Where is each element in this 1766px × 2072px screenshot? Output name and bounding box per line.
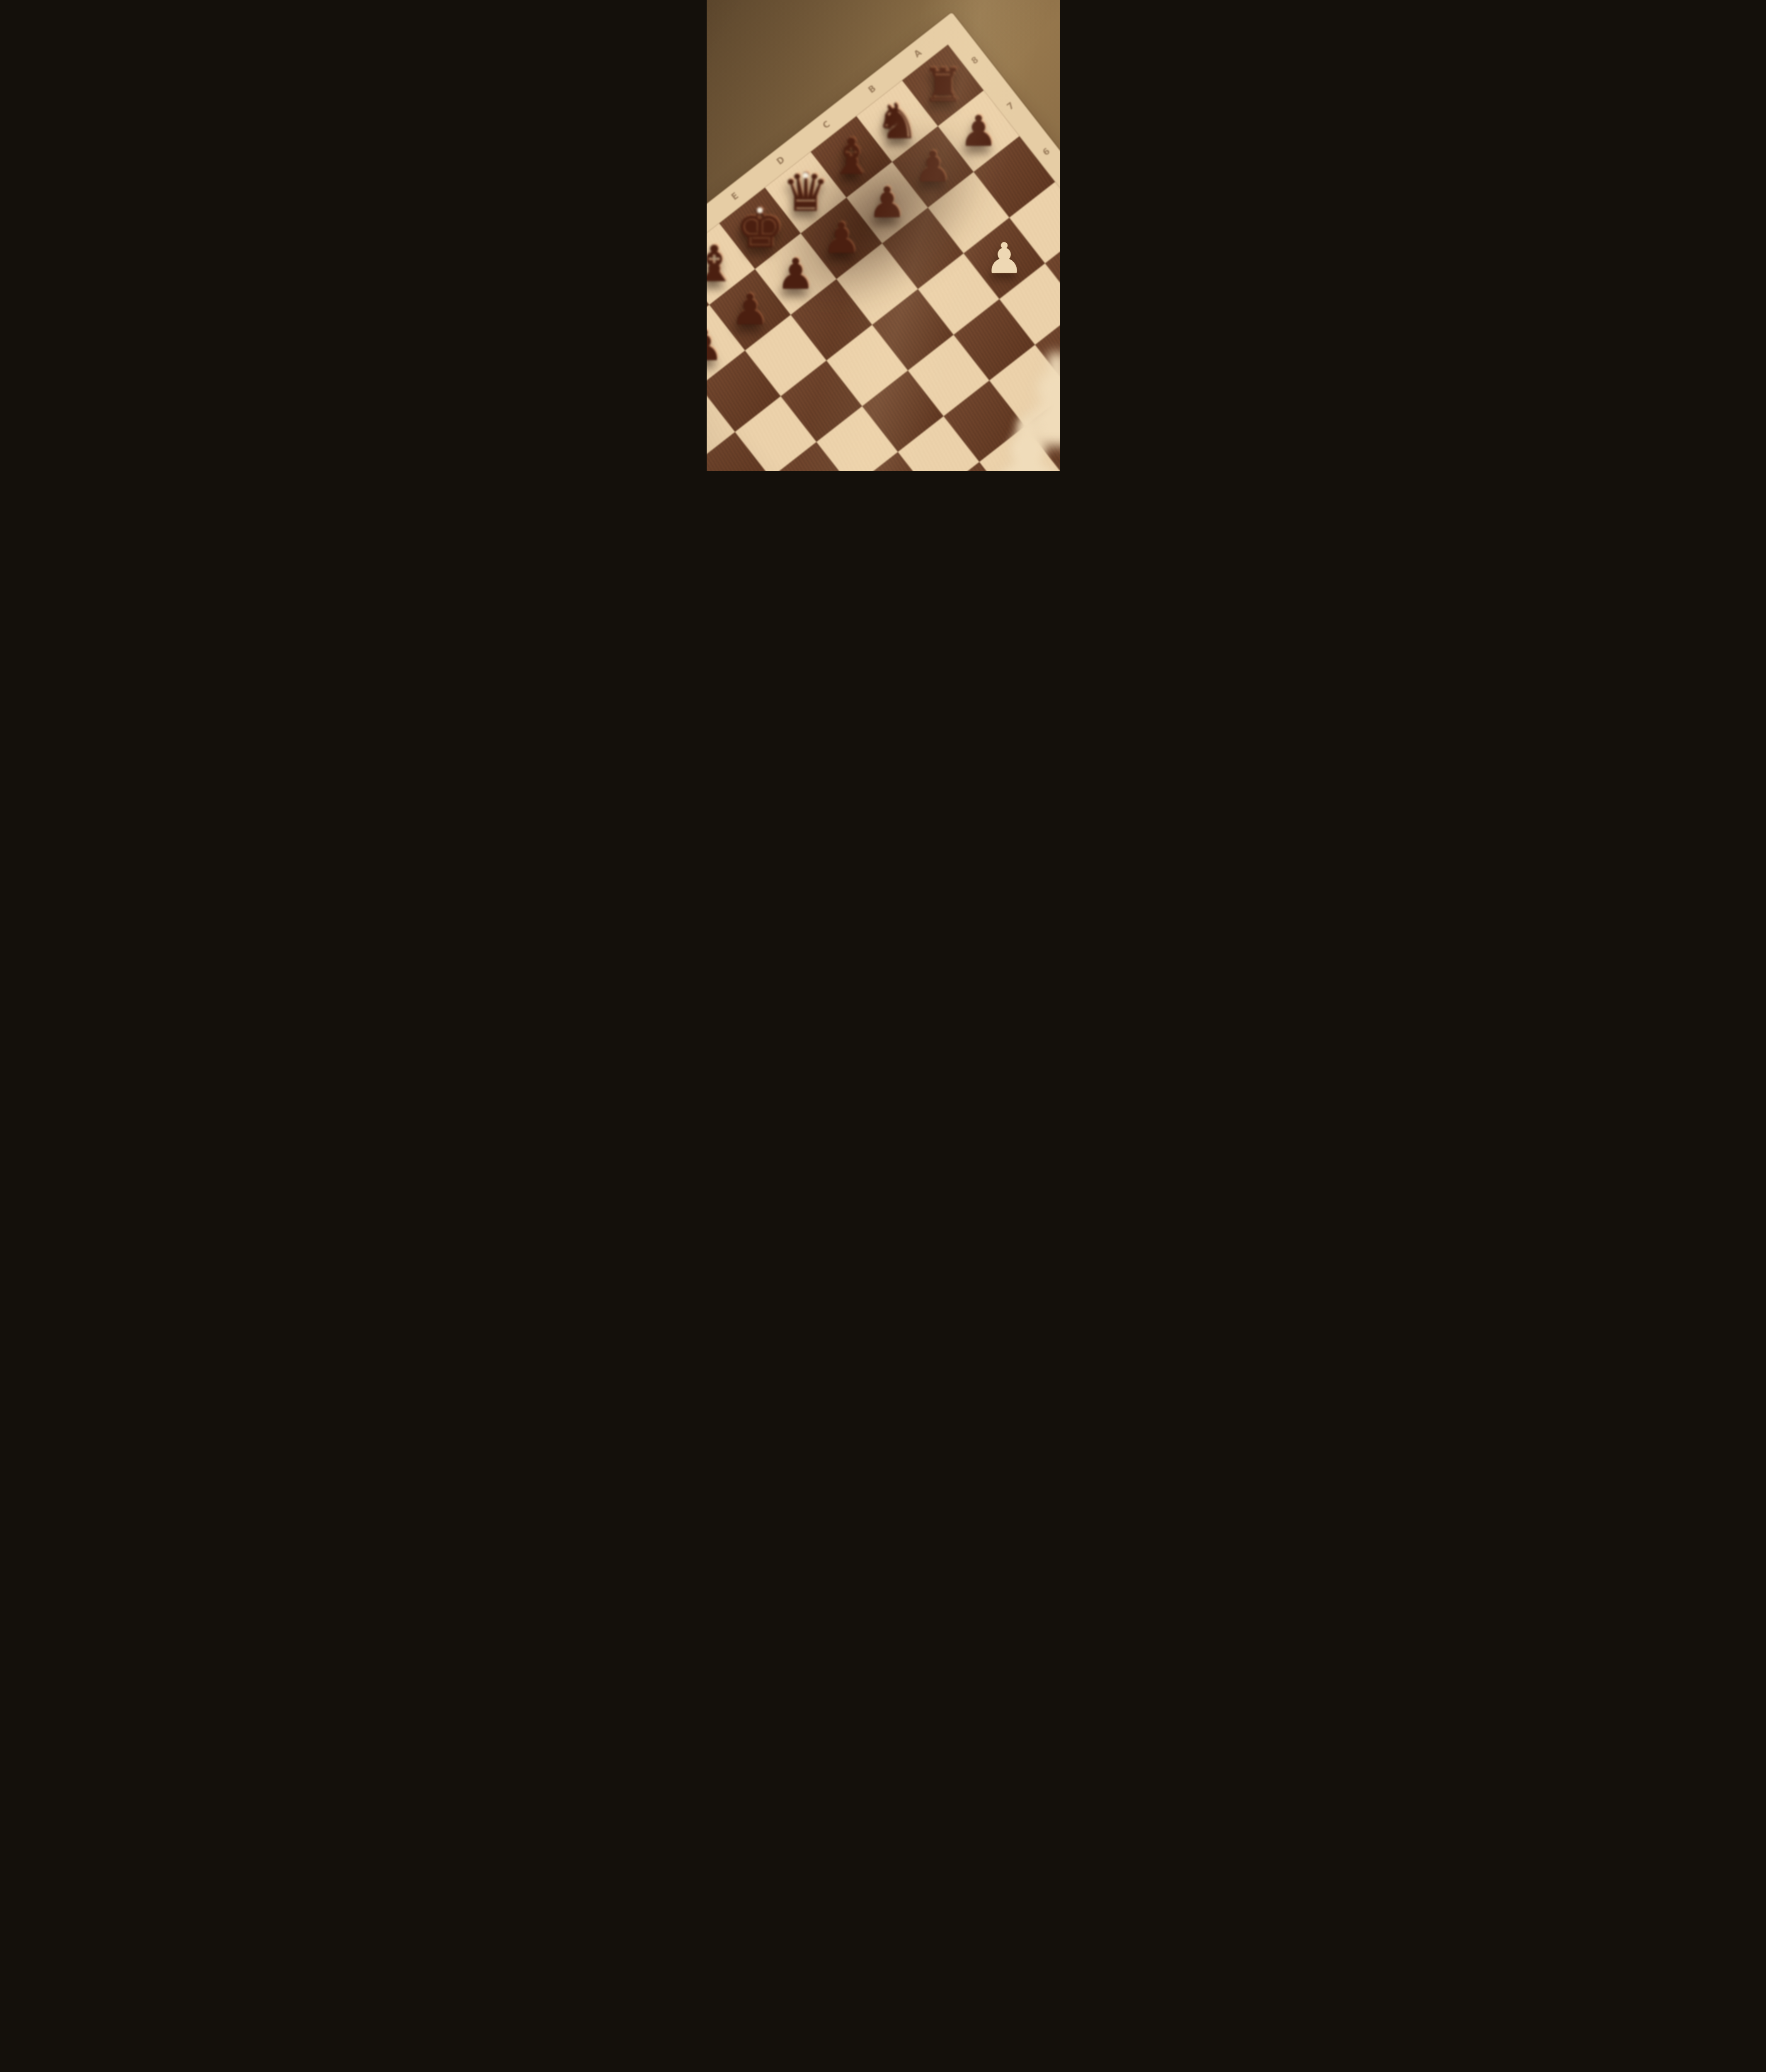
chess-photo-stage: 87654321 ABCDEFGH ♜♞♝♛♚♝♟♟♟♟♟♟♟♟ ♟♟ (707, 0, 1060, 471)
vignette-overlay (707, 0, 1060, 471)
photo-viewport: 87654321 ABCDEFGH ♜♞♝♛♚♝♟♟♟♟♟♟♟♟ ♟♟ (0, 0, 1766, 471)
